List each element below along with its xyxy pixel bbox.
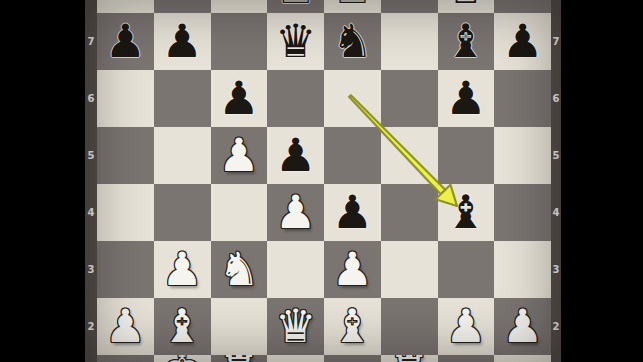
black-rook-e8: ♜ (324, 0, 381, 13)
white-knight-c3: ♞ (211, 241, 268, 298)
white-pawn-g2: ♟ (438, 298, 495, 355)
black-pawn-g6: ♟ (438, 70, 495, 127)
square-h7: ♟ (494, 13, 551, 70)
square-h1 (494, 355, 551, 362)
rank-label-6: 6 (551, 94, 561, 104)
square-h2: ♟ (494, 298, 551, 355)
rank-label-4: 4 (85, 208, 97, 218)
square-c1: ♜ (211, 355, 268, 362)
square-a7: ♟ (97, 13, 154, 70)
square-f1: ♜ (381, 355, 438, 362)
white-pawn-h2: ♟ (494, 298, 551, 355)
square-b1: ♚ (154, 355, 211, 362)
black-queen-d7: ♛ (267, 13, 324, 70)
black-knight-e7: ♞ (324, 13, 381, 70)
square-d8: ♜ (267, 0, 324, 13)
square-a1 (97, 355, 154, 362)
square-g6: ♟ (438, 70, 495, 127)
black-pawn-e4: ♟ (324, 184, 381, 241)
rank-label-7: 7 (551, 37, 561, 47)
black-bishop-g7: ♝ (438, 13, 495, 70)
square-h6 (494, 70, 551, 127)
black-king-g8: ♚ (438, 0, 495, 13)
white-queen-d2: ♛ (267, 298, 324, 355)
square-e8: ♜ (324, 0, 381, 13)
white-king-b1: ♚ (154, 355, 211, 362)
square-e2: ♝ (324, 298, 381, 355)
square-a6 (97, 70, 154, 127)
square-e1 (324, 355, 381, 362)
letterbox-left (0, 0, 85, 362)
white-rook-f1: ♜ (381, 355, 438, 362)
square-e7: ♞ (324, 13, 381, 70)
square-g4: ♝ (438, 184, 495, 241)
square-c6: ♟ (211, 70, 268, 127)
white-bishop-b2: ♝ (154, 298, 211, 355)
square-g2: ♟ (438, 298, 495, 355)
square-d7: ♛ (267, 13, 324, 70)
chess-board: 765432 ♜♜♚♟♟♛♞♝♟♟♟♟♟♟♟♝♟♞♟♟♝♛♝♟♟♚♜♜ 7654… (85, 0, 561, 362)
square-b4 (154, 184, 211, 241)
square-d1 (267, 355, 324, 362)
board-squares: ♜♜♚♟♟♛♞♝♟♟♟♟♟♟♟♝♟♞♟♟♝♛♝♟♟♚♜♜ (97, 0, 551, 362)
square-g3 (438, 241, 495, 298)
square-a3 (97, 241, 154, 298)
square-b6 (154, 70, 211, 127)
black-pawn-d5: ♟ (267, 127, 324, 184)
rank-label-6: 6 (85, 94, 97, 104)
square-h3 (494, 241, 551, 298)
rank-label-2: 2 (551, 322, 561, 332)
rank-label-5: 5 (551, 151, 561, 161)
square-d4: ♟ (267, 184, 324, 241)
square-e5 (324, 127, 381, 184)
white-pawn-e3: ♟ (324, 241, 381, 298)
white-pawn-c5: ♟ (211, 127, 268, 184)
white-rook-c1: ♜ (211, 355, 268, 362)
white-pawn-b3: ♟ (154, 241, 211, 298)
square-c8 (211, 0, 268, 13)
square-f5 (381, 127, 438, 184)
square-c7 (211, 13, 268, 70)
square-d5: ♟ (267, 127, 324, 184)
square-a8 (97, 0, 154, 13)
square-f8 (381, 0, 438, 13)
black-pawn-b7: ♟ (154, 13, 211, 70)
square-e3: ♟ (324, 241, 381, 298)
square-d6 (267, 70, 324, 127)
white-bishop-e2: ♝ (324, 298, 381, 355)
black-pawn-c6: ♟ (211, 70, 268, 127)
square-e6 (324, 70, 381, 127)
square-f2 (381, 298, 438, 355)
square-f3 (381, 241, 438, 298)
square-a2: ♟ (97, 298, 154, 355)
rank-label-5: 5 (85, 151, 97, 161)
square-f4 (381, 184, 438, 241)
rank-labels-right: 765432 (551, 0, 561, 362)
rank-label-2: 2 (85, 322, 97, 332)
square-b3: ♟ (154, 241, 211, 298)
black-pawn-a7: ♟ (97, 13, 154, 70)
square-c4 (211, 184, 268, 241)
rank-labels-left: 765432 (85, 0, 97, 362)
black-bishop-g4: ♝ (438, 184, 495, 241)
square-d2: ♛ (267, 298, 324, 355)
square-g5 (438, 127, 495, 184)
square-g7: ♝ (438, 13, 495, 70)
square-c5: ♟ (211, 127, 268, 184)
white-pawn-a2: ♟ (97, 298, 154, 355)
square-c2 (211, 298, 268, 355)
square-a5 (97, 127, 154, 184)
rank-label-7: 7 (85, 37, 97, 47)
rank-label-3: 3 (551, 265, 561, 275)
square-h8 (494, 0, 551, 13)
square-b8 (154, 0, 211, 13)
square-g1 (438, 355, 495, 362)
square-b5 (154, 127, 211, 184)
letterbox-right (561, 0, 643, 362)
square-c3: ♞ (211, 241, 268, 298)
square-a4 (97, 184, 154, 241)
square-g8: ♚ (438, 0, 495, 13)
square-f6 (381, 70, 438, 127)
black-rook-d8: ♜ (267, 0, 324, 13)
black-pawn-h7: ♟ (494, 13, 551, 70)
video-surface[interactable]: 765432 ♜♜♚♟♟♛♞♝♟♟♟♟♟♟♟♝♟♞♟♟♝♛♝♟♟♚♜♜ 7654… (0, 0, 643, 362)
square-d3 (267, 241, 324, 298)
square-e4: ♟ (324, 184, 381, 241)
rank-label-3: 3 (85, 265, 97, 275)
square-b7: ♟ (154, 13, 211, 70)
square-b2: ♝ (154, 298, 211, 355)
square-h5 (494, 127, 551, 184)
square-f7 (381, 13, 438, 70)
square-h4 (494, 184, 551, 241)
rank-label-4: 4 (551, 208, 561, 218)
white-pawn-d4: ♟ (267, 184, 324, 241)
